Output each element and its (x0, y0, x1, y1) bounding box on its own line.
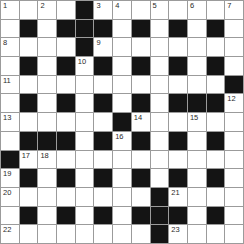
cell-r13c12[interactable] (207, 225, 225, 243)
cell-r2c13[interactable] (225, 20, 243, 38)
cell-r9c1 (1, 151, 19, 169)
cell-r7c8[interactable]: 14 (132, 113, 150, 131)
clue-number-12: 12 (227, 95, 235, 103)
cell-r6c4 (57, 94, 75, 112)
cell-r12c9 (151, 207, 169, 225)
cell-r4c6 (94, 57, 112, 75)
clue-number-8: 8 (3, 39, 7, 47)
cell-r7c12[interactable] (207, 113, 225, 131)
cell-r10c11[interactable] (188, 169, 206, 187)
cell-r10c8 (132, 169, 150, 187)
cell-r1c8[interactable] (132, 1, 150, 19)
cell-r13c5[interactable] (76, 225, 94, 243)
cell-r10c13[interactable] (225, 169, 243, 187)
cell-r4c11[interactable] (188, 57, 206, 75)
cell-r1c1[interactable]: 1 (1, 1, 19, 19)
cell-r10c9[interactable] (151, 169, 169, 187)
cell-r3c3[interactable] (38, 38, 56, 56)
cell-r3c7[interactable] (113, 38, 131, 56)
cell-r11c9 (151, 188, 169, 206)
cell-r3c2[interactable] (20, 38, 38, 56)
crossword-grid: 1234567891011121314151617181920212223 (0, 0, 244, 244)
cell-r2c12 (207, 20, 225, 38)
cell-r1c4[interactable] (57, 1, 75, 19)
cell-r11c8[interactable] (132, 188, 150, 206)
cell-r2c6 (94, 20, 112, 38)
cell-r11c1[interactable]: 20 (1, 188, 19, 206)
cell-r11c6[interactable] (94, 188, 112, 206)
cell-r11c12[interactable] (207, 188, 225, 206)
cell-r4c5[interactable]: 10 (76, 57, 94, 75)
cell-r2c9[interactable] (151, 20, 169, 38)
cell-r9c4[interactable] (57, 151, 75, 169)
cell-r5c7[interactable] (113, 76, 131, 94)
cell-r13c2[interactable] (20, 225, 38, 243)
cell-r13c8[interactable] (132, 225, 150, 243)
cell-r8c9[interactable] (151, 132, 169, 150)
cell-r9c5[interactable] (76, 151, 94, 169)
clue-number-7: 7 (227, 2, 231, 10)
cell-r7c5[interactable] (76, 113, 94, 131)
cell-r10c2 (20, 169, 38, 187)
cell-r2c8 (132, 20, 150, 38)
cell-r3c9[interactable] (151, 38, 169, 56)
cell-r6c11 (188, 94, 206, 112)
cell-r4c3[interactable] (38, 57, 56, 75)
cell-r8c10 (169, 132, 187, 150)
cell-r3c8[interactable] (132, 38, 150, 56)
cell-r8c12 (207, 132, 225, 150)
cell-r1c6[interactable]: 3 (94, 1, 112, 19)
cell-r9c9[interactable] (151, 151, 169, 169)
cell-r2c2 (20, 20, 38, 38)
cell-r1c2[interactable] (20, 1, 38, 19)
cell-r1c11[interactable]: 6 (188, 1, 206, 19)
clue-number-2: 2 (40, 2, 44, 10)
cell-r7c9[interactable] (151, 113, 169, 131)
cell-r8c8 (132, 132, 150, 150)
cell-r6c13[interactable]: 12 (225, 94, 243, 112)
cell-r12c7[interactable] (113, 207, 131, 225)
cell-r5c3[interactable] (38, 76, 56, 94)
cell-r7c10[interactable] (169, 113, 187, 131)
cell-r11c3[interactable] (38, 188, 56, 206)
cell-r6c8 (132, 94, 150, 112)
cell-r7c11[interactable]: 15 (188, 113, 206, 131)
cell-r4c2 (20, 57, 38, 75)
clue-number-10: 10 (78, 58, 86, 66)
cell-r1c3[interactable]: 2 (38, 1, 56, 19)
cell-r9c10[interactable] (169, 151, 187, 169)
cell-r2c7[interactable] (113, 20, 131, 38)
clue-number-17: 17 (22, 152, 30, 160)
cell-r6c12 (207, 94, 225, 112)
clue-number-3: 3 (96, 2, 100, 10)
cell-r6c6 (94, 94, 112, 112)
clue-number-9: 9 (96, 39, 100, 47)
cell-r5c5[interactable] (76, 76, 94, 94)
cell-r4c4 (57, 57, 75, 75)
cell-r3c10[interactable] (169, 38, 187, 56)
cell-r11c2[interactable] (20, 188, 38, 206)
clue-number-5: 5 (153, 2, 157, 10)
cell-r3c5 (76, 38, 94, 56)
cell-r2c3[interactable] (38, 20, 56, 38)
clue-number-11: 11 (3, 77, 11, 85)
cell-r10c12 (207, 169, 225, 187)
cell-r6c1[interactable] (1, 94, 19, 112)
clue-number-20: 20 (3, 189, 11, 197)
cell-r12c2 (20, 207, 38, 225)
cell-r5c10[interactable] (169, 76, 187, 94)
cell-r11c5[interactable] (76, 188, 94, 206)
cell-r10c5[interactable] (76, 169, 94, 187)
cell-r3c12[interactable] (207, 38, 225, 56)
cell-r3c1[interactable]: 8 (1, 38, 19, 56)
clue-number-19: 19 (3, 170, 11, 178)
clue-number-1: 1 (3, 2, 7, 10)
cell-r8c13[interactable] (225, 132, 243, 150)
cell-r8c1[interactable] (1, 132, 19, 150)
cell-r2c1[interactable] (1, 20, 19, 38)
cell-r5c1[interactable]: 11 (1, 76, 19, 94)
cell-r1c10[interactable] (169, 1, 187, 19)
cell-r13c7[interactable] (113, 225, 131, 243)
cell-r13c9 (151, 225, 169, 243)
cell-r12c8 (132, 207, 150, 225)
cell-r6c9[interactable] (151, 94, 169, 112)
cell-r7c3[interactable] (38, 113, 56, 131)
cell-r1c13[interactable]: 7 (225, 1, 243, 19)
clue-number-15: 15 (190, 114, 198, 122)
cell-r5c12[interactable] (207, 76, 225, 94)
cell-r12c13[interactable] (225, 207, 243, 225)
cell-r13c3[interactable] (38, 225, 56, 243)
clue-number-16: 16 (115, 133, 123, 141)
cell-r4c9[interactable] (151, 57, 169, 75)
cell-r1c12[interactable] (207, 1, 225, 19)
cell-r13c6[interactable] (94, 225, 112, 243)
cell-r10c3[interactable] (38, 169, 56, 187)
cell-r2c11[interactable] (188, 20, 206, 38)
cell-r12c4 (57, 207, 75, 225)
cell-r4c13[interactable] (225, 57, 243, 75)
cell-r7c13[interactable] (225, 113, 243, 131)
cell-r10c7[interactable] (113, 169, 131, 187)
cell-r5c11[interactable] (188, 76, 206, 94)
cell-r13c13[interactable] (225, 225, 243, 243)
cell-r1c7[interactable]: 4 (113, 1, 131, 19)
cell-r5c13 (225, 76, 243, 94)
cell-r4c12 (207, 57, 225, 75)
cell-r12c1[interactable] (1, 207, 19, 225)
cell-r12c10 (169, 207, 187, 225)
cell-r8c11[interactable] (188, 132, 206, 150)
cell-r2c4 (57, 20, 75, 38)
cell-r12c6 (94, 207, 112, 225)
cell-r8c2 (20, 132, 38, 150)
clue-number-4: 4 (115, 2, 119, 10)
cell-r5c8[interactable] (132, 76, 150, 94)
cell-r4c10 (169, 57, 187, 75)
cell-r9c13[interactable] (225, 151, 243, 169)
cell-r12c12 (207, 207, 225, 225)
cell-r6c5[interactable] (76, 94, 94, 112)
cell-r11c10[interactable]: 21 (169, 188, 187, 206)
cell-r10c6 (94, 169, 112, 187)
cell-r8c6 (94, 132, 112, 150)
cell-r8c4 (57, 132, 75, 150)
clue-number-6: 6 (190, 2, 194, 10)
cell-r9c3[interactable]: 18 (38, 151, 56, 169)
cell-r6c2 (20, 94, 38, 112)
cell-r4c8 (132, 57, 150, 75)
cell-r6c3[interactable] (38, 94, 56, 112)
cell-r11c11[interactable] (188, 188, 206, 206)
cell-r5c2[interactable] (20, 76, 38, 94)
cell-r9c2[interactable]: 17 (20, 151, 38, 169)
cell-r3c4[interactable] (57, 38, 75, 56)
cell-r7c6[interactable] (94, 113, 112, 131)
cell-r1c5 (76, 1, 94, 19)
clue-number-22: 22 (3, 226, 11, 234)
cell-r8c3 (38, 132, 56, 150)
cell-r6c10 (169, 94, 187, 112)
cell-r11c4[interactable] (57, 188, 75, 206)
cell-r1c9[interactable]: 5 (151, 1, 169, 19)
cell-r9c8[interactable] (132, 151, 150, 169)
cell-r13c4[interactable] (57, 225, 75, 243)
cell-r10c1[interactable]: 19 (1, 169, 19, 187)
clue-number-23: 23 (171, 226, 179, 234)
cell-r9c11[interactable] (188, 151, 206, 169)
clue-number-18: 18 (40, 152, 48, 160)
clue-number-14: 14 (134, 114, 142, 122)
cell-r5c9[interactable] (151, 76, 169, 94)
cell-r6c7[interactable] (113, 94, 131, 112)
cell-r7c4[interactable] (57, 113, 75, 131)
clue-number-21: 21 (171, 189, 179, 197)
cell-r7c1[interactable]: 13 (1, 113, 19, 131)
cell-r12c11[interactable] (188, 207, 206, 225)
cell-r9c7[interactable] (113, 151, 131, 169)
cell-r3c6[interactable]: 9 (94, 38, 112, 56)
cell-r11c7[interactable] (113, 188, 131, 206)
cell-r9c6[interactable] (94, 151, 112, 169)
cell-r9c12[interactable] (207, 151, 225, 169)
clue-number-13: 13 (3, 114, 11, 122)
cell-r12c3[interactable] (38, 207, 56, 225)
cell-r8c7[interactable]: 16 (113, 132, 131, 150)
cell-r5c6[interactable] (94, 76, 112, 94)
cell-r4c7[interactable] (113, 57, 131, 75)
cell-r10c4 (57, 169, 75, 187)
cell-r3c13[interactable] (225, 38, 243, 56)
cell-r13c11[interactable] (188, 225, 206, 243)
cell-r10c10 (169, 169, 187, 187)
cell-r8c5[interactable] (76, 132, 94, 150)
cell-r4c1[interactable] (1, 57, 19, 75)
cell-r2c10 (169, 20, 187, 38)
cell-r13c1[interactable]: 22 (1, 225, 19, 243)
cell-r7c7 (113, 113, 131, 131)
cell-r2c5 (76, 20, 94, 38)
cell-r12c5[interactable] (76, 207, 94, 225)
cell-r7c2[interactable] (20, 113, 38, 131)
cell-r5c4[interactable] (57, 76, 75, 94)
cell-r3c11[interactable] (188, 38, 206, 56)
cell-r11c13[interactable] (225, 188, 243, 206)
cell-r13c10[interactable]: 23 (169, 225, 187, 243)
